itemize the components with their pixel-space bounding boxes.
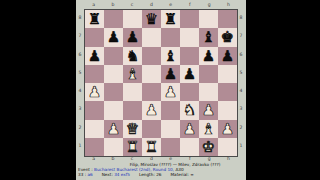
square-h7[interactable]: ♚ xyxy=(218,28,237,46)
last-move[interactable]: a6 xyxy=(87,172,92,177)
rank-label-5: 5 xyxy=(238,64,244,82)
black-pawn-g6[interactable]: ♟ xyxy=(202,47,215,65)
square-c3[interactable] xyxy=(123,101,142,119)
square-d8[interactable]: ♛ xyxy=(142,10,161,28)
square-d4[interactable] xyxy=(142,83,161,101)
material-field: Material: = xyxy=(171,172,194,177)
white-rook-d1[interactable]: ♜ xyxy=(145,138,158,156)
material-value: = xyxy=(190,172,194,177)
length-value: 26 xyxy=(156,172,161,177)
black-bishop-g7[interactable]: ♝ xyxy=(202,28,215,46)
square-h1[interactable] xyxy=(218,138,237,156)
square-d7[interactable] xyxy=(142,28,161,46)
white-pawn-d3[interactable]: ♟ xyxy=(145,101,158,119)
square-f6[interactable] xyxy=(180,47,199,65)
rank-label-7: 7 xyxy=(238,27,244,45)
white-pawn-f2[interactable]: ♟ xyxy=(183,120,196,138)
file-label-d: d xyxy=(142,2,161,8)
square-h8[interactable] xyxy=(218,10,237,28)
square-f5[interactable]: ♟ xyxy=(180,65,199,83)
square-a6[interactable]: ♟ xyxy=(85,47,104,65)
square-b4[interactable] xyxy=(104,83,123,101)
square-e6[interactable]: ♝ xyxy=(161,47,180,65)
square-f2[interactable]: ♟ xyxy=(180,120,199,138)
white-king-g1[interactable]: ♚ xyxy=(202,138,215,156)
rank-labels-left: 87654321 xyxy=(77,9,83,155)
chess-board[interactable]: ♜♛♜♟♟♝♚♟♞♝♟♟♝♟♟♟♟♟♞♟♟♛♟♝♟♜♜♚ xyxy=(84,9,238,157)
square-c2[interactable]: ♛ xyxy=(123,120,142,138)
square-f1[interactable] xyxy=(180,138,199,156)
square-b5[interactable] xyxy=(104,65,123,83)
file-label-e: e xyxy=(161,2,180,8)
letterbox-right xyxy=(246,0,320,180)
black-bishop-e6[interactable]: ♝ xyxy=(164,47,177,65)
white-pawn-g3[interactable]: ♟ xyxy=(202,101,215,119)
black-pawn-e5[interactable]: ♟ xyxy=(164,65,177,83)
square-c1[interactable]: ♜ xyxy=(123,138,142,156)
rank-label-4: 4 xyxy=(77,82,83,100)
square-d5[interactable] xyxy=(142,65,161,83)
square-f7[interactable] xyxy=(180,28,199,46)
white-pawn-h2[interactable]: ♟ xyxy=(221,120,234,138)
next-move[interactable]: 34 exf5 xyxy=(114,172,130,177)
square-a2[interactable] xyxy=(85,120,104,138)
square-g6[interactable]: ♟ xyxy=(199,47,218,65)
square-c8[interactable] xyxy=(123,10,142,28)
status-line: 33 : a6 Next: 34 exf5 Length: 26 Materia… xyxy=(76,172,248,177)
white-pawn-e4[interactable]: ♟ xyxy=(164,83,177,101)
black-pawn-a6[interactable]: ♟ xyxy=(88,47,101,65)
square-d6[interactable] xyxy=(142,47,161,65)
black-pawn-f5[interactable]: ♟ xyxy=(183,65,196,83)
file-label-g: g xyxy=(200,2,219,8)
rank-label-5: 5 xyxy=(77,64,83,82)
white-rook-c1[interactable]: ♜ xyxy=(126,138,139,156)
square-h2[interactable]: ♟ xyxy=(218,120,237,138)
file-labels-top: abcdefgh xyxy=(84,2,238,8)
square-e5[interactable]: ♟ xyxy=(161,65,180,83)
rank-label-4: 4 xyxy=(238,82,244,100)
square-a8[interactable]: ♜ xyxy=(85,10,104,28)
square-b6[interactable] xyxy=(104,47,123,65)
square-g3[interactable]: ♟ xyxy=(199,101,218,119)
rank-label-2: 2 xyxy=(77,119,83,137)
square-e3[interactable] xyxy=(161,101,180,119)
square-e8[interactable]: ♜ xyxy=(161,10,180,28)
black-pawn-h6[interactable]: ♟ xyxy=(221,47,234,65)
rank-label-1: 1 xyxy=(77,137,83,155)
square-e7[interactable] xyxy=(161,28,180,46)
rank-label-6: 6 xyxy=(238,46,244,64)
square-h3[interactable] xyxy=(218,101,237,119)
square-b3[interactable] xyxy=(104,101,123,119)
rank-label-8: 8 xyxy=(77,9,83,27)
square-c6[interactable]: ♞ xyxy=(123,47,142,65)
white-bishop-g2[interactable]: ♝ xyxy=(202,120,215,138)
rank-label-2: 2 xyxy=(238,119,244,137)
letterbox-left xyxy=(0,0,76,180)
rank-label-3: 3 xyxy=(77,100,83,118)
black-rook-e8[interactable]: ♜ xyxy=(164,10,177,28)
square-g4[interactable] xyxy=(199,83,218,101)
square-c5[interactable]: ♝ xyxy=(123,65,142,83)
file-label-b: b xyxy=(103,2,122,8)
file-label-c: c xyxy=(123,2,142,8)
file-label-f: f xyxy=(180,2,199,8)
square-f4[interactable] xyxy=(180,83,199,101)
square-g8[interactable] xyxy=(199,10,218,28)
white-knight-f3[interactable]: ♞ xyxy=(183,101,196,119)
next-field: Next: 34 exf5 xyxy=(102,172,130,177)
square-a5[interactable] xyxy=(85,65,104,83)
square-g5[interactable] xyxy=(199,65,218,83)
square-d1[interactable]: ♜ xyxy=(142,138,161,156)
white-pawn-b2[interactable]: ♟ xyxy=(107,120,120,138)
square-f3[interactable]: ♞ xyxy=(180,101,199,119)
square-c7[interactable]: ♟ xyxy=(123,28,142,46)
square-c4[interactable] xyxy=(123,83,142,101)
rank-label-8: 8 xyxy=(238,9,244,27)
square-e1[interactable] xyxy=(161,138,180,156)
square-b2[interactable]: ♟ xyxy=(104,120,123,138)
rank-label-1: 1 xyxy=(238,137,244,155)
white-pawn-a4[interactable]: ♟ xyxy=(88,83,101,101)
rank-label-3: 3 xyxy=(238,100,244,118)
square-h4[interactable] xyxy=(218,83,237,101)
white-bishop-c5[interactable]: ♝ xyxy=(126,65,139,83)
square-a4[interactable]: ♟ xyxy=(85,83,104,101)
file-label-a: a xyxy=(84,2,103,8)
square-g7[interactable]: ♝ xyxy=(199,28,218,46)
square-e4[interactable]: ♟ xyxy=(161,83,180,101)
square-a7[interactable] xyxy=(85,28,104,46)
square-h5[interactable] xyxy=(218,65,237,83)
square-g1[interactable]: ♚ xyxy=(199,138,218,156)
length-field: Length: 26 xyxy=(139,172,162,177)
black-queen-d8[interactable]: ♛ xyxy=(145,10,158,28)
move-field: 33 : a6 xyxy=(78,172,93,177)
black-king-h7[interactable]: ♚ xyxy=(221,28,234,46)
square-b8[interactable] xyxy=(104,10,123,28)
rank-label-7: 7 xyxy=(77,27,83,45)
square-h6[interactable]: ♟ xyxy=(218,47,237,65)
file-label-h: h xyxy=(219,2,238,8)
chess-viewer-panel: abcdefgh 87654321 87654321 ♜♛♜♟♟♝♚♟♞♝♟♟♝… xyxy=(76,0,246,180)
square-f8[interactable] xyxy=(180,10,199,28)
square-d3[interactable]: ♟ xyxy=(142,101,161,119)
square-d2[interactable] xyxy=(142,120,161,138)
square-b7[interactable]: ♟ xyxy=(104,28,123,46)
square-g2[interactable]: ♝ xyxy=(199,120,218,138)
square-b1[interactable] xyxy=(104,138,123,156)
rank-labels-right: 87654321 xyxy=(238,9,244,155)
black-knight-c6[interactable]: ♞ xyxy=(126,47,139,65)
white-queen-c2[interactable]: ♛ xyxy=(126,120,139,138)
square-a1[interactable] xyxy=(85,138,104,156)
rank-label-6: 6 xyxy=(77,46,83,64)
square-e2[interactable] xyxy=(161,120,180,138)
square-a3[interactable] xyxy=(85,101,104,119)
black-pawn-b7[interactable]: ♟ xyxy=(107,28,120,46)
black-pawn-c7[interactable]: ♟ xyxy=(126,28,139,46)
black-rook-a8[interactable]: ♜ xyxy=(88,10,101,28)
